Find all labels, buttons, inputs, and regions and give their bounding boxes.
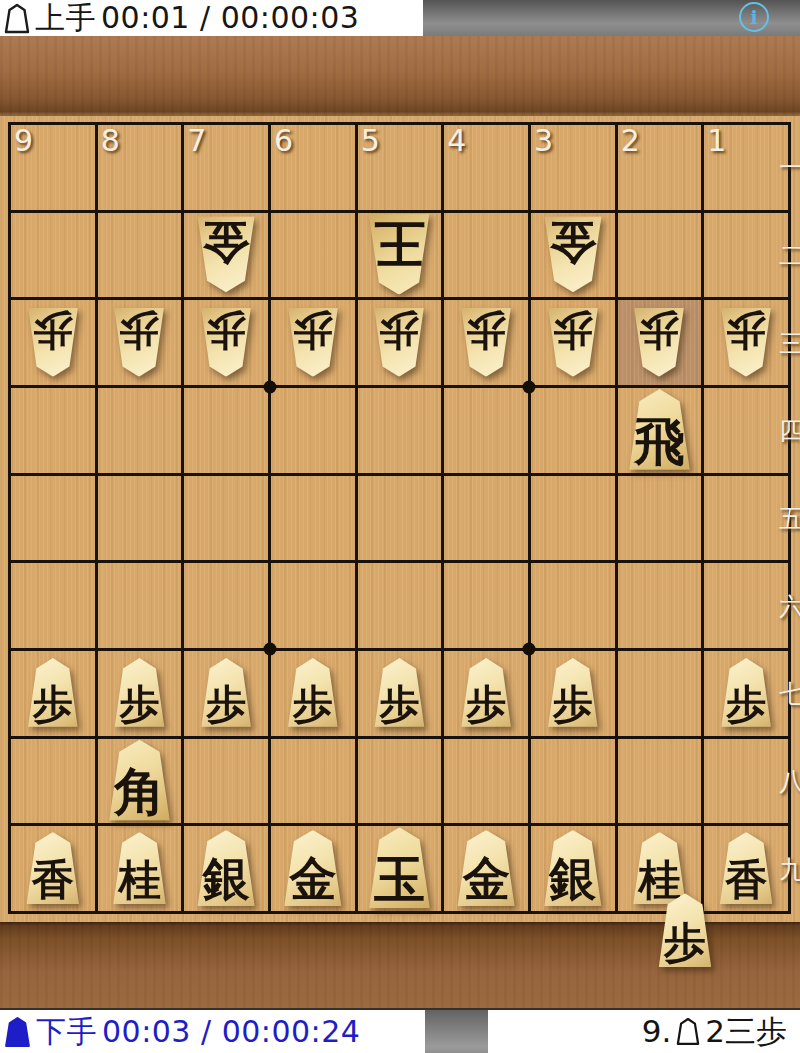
piece-kanji: 金 bbox=[289, 855, 336, 906]
square-33[interactable]: 歩 bbox=[531, 300, 615, 385]
rank-label-2: 二 bbox=[779, 242, 800, 267]
board-frame-top bbox=[0, 36, 800, 116]
square-25[interactable] bbox=[618, 476, 702, 561]
rank-label-8: 八 bbox=[779, 768, 800, 793]
square-37[interactable]: 歩 bbox=[531, 651, 615, 736]
piece-fu-97[interactable]: 歩 bbox=[26, 658, 80, 727]
rank-label-5: 五 bbox=[779, 505, 800, 530]
square-16[interactable]: 六 bbox=[704, 563, 788, 648]
square-81[interactable]: 8 bbox=[98, 125, 182, 210]
square-75[interactable] bbox=[184, 476, 268, 561]
rank-label-4: 四 bbox=[779, 418, 800, 443]
bottom-player-clock: 00:03 / 00:00:24 bbox=[102, 1017, 360, 1047]
piece-kanji: 歩 bbox=[119, 683, 159, 727]
square-67[interactable]: 歩 bbox=[271, 651, 355, 736]
square-57[interactable]: 歩 bbox=[358, 651, 442, 736]
square-71[interactable]: 7 bbox=[184, 125, 268, 210]
square-39[interactable]: 銀 bbox=[531, 826, 615, 911]
square-47[interactable]: 歩 bbox=[444, 651, 528, 736]
square-68[interactable] bbox=[271, 739, 355, 824]
file-label-9: 9 bbox=[14, 126, 33, 156]
piece-fu-37[interactable]: 歩 bbox=[546, 658, 600, 727]
square-84[interactable] bbox=[98, 388, 182, 473]
file-label-8: 8 bbox=[101, 126, 120, 156]
bottom-bar-gray-segment bbox=[425, 1010, 488, 1053]
piece-fu-57[interactable]: 歩 bbox=[372, 658, 426, 727]
square-64[interactable] bbox=[271, 388, 355, 473]
square-23[interactable]: 歩 bbox=[618, 300, 702, 385]
piece-kanji: 歩 bbox=[553, 683, 593, 727]
square-43[interactable]: 歩 bbox=[444, 300, 528, 385]
square-87[interactable]: 歩 bbox=[98, 651, 182, 736]
square-83[interactable]: 歩 bbox=[98, 300, 182, 385]
square-79[interactable]: 銀 bbox=[184, 826, 268, 911]
piece-fu-17[interactable]: 歩 bbox=[719, 658, 773, 727]
star-point bbox=[263, 380, 276, 393]
square-36[interactable] bbox=[531, 563, 615, 648]
piece-kanji: 桂 bbox=[118, 858, 160, 904]
square-56[interactable] bbox=[358, 563, 442, 648]
rank-label-6: 六 bbox=[779, 593, 800, 618]
move-text: 2三歩 bbox=[705, 1016, 787, 1047]
square-31[interactable]: 3 bbox=[531, 125, 615, 210]
piece-kanji: 玉 bbox=[374, 853, 425, 909]
piece-kanji: 飛 bbox=[634, 414, 685, 470]
piece-kanji: 金 bbox=[463, 855, 510, 906]
piece-fu-53[interactable]: 歩 bbox=[372, 307, 426, 376]
square-63[interactable]: 歩 bbox=[271, 300, 355, 385]
square-18[interactable]: 八 bbox=[704, 739, 788, 824]
piece-kanji: 銀 bbox=[549, 855, 596, 906]
file-label-4: 4 bbox=[447, 126, 466, 156]
file-label-5: 5 bbox=[361, 126, 380, 156]
square-77[interactable]: 歩 bbox=[184, 651, 268, 736]
square-45[interactable] bbox=[444, 476, 528, 561]
piece-fu-87[interactable]: 歩 bbox=[112, 658, 166, 727]
star-point bbox=[263, 643, 276, 656]
piece-fu-43[interactable]: 歩 bbox=[459, 307, 513, 376]
piece-fu-73[interactable]: 歩 bbox=[199, 307, 253, 376]
square-62[interactable] bbox=[271, 213, 355, 298]
square-69[interactable]: 金 bbox=[271, 826, 355, 911]
square-15[interactable]: 五 bbox=[704, 476, 788, 561]
rank-label-9: 九 bbox=[779, 856, 800, 881]
square-34[interactable] bbox=[531, 388, 615, 473]
piece-kanji: 王 bbox=[374, 214, 425, 270]
square-95[interactable] bbox=[11, 476, 95, 561]
last-move-display: 9. 2三歩 bbox=[642, 1010, 787, 1053]
square-49[interactable]: 金 bbox=[444, 826, 528, 911]
piece-fu-83[interactable]: 歩 bbox=[112, 307, 166, 376]
square-41[interactable]: 4 bbox=[444, 125, 528, 210]
square-32[interactable]: 金 bbox=[531, 213, 615, 298]
top-player-clock: 00:01 / 00:00:03 bbox=[101, 3, 359, 33]
square-22[interactable] bbox=[618, 213, 702, 298]
black-shogi-piece-icon bbox=[4, 1016, 31, 1048]
piece-kanji: 金 bbox=[203, 216, 250, 267]
piece-kanji: 歩 bbox=[293, 683, 333, 727]
square-96[interactable] bbox=[11, 563, 95, 648]
piece-kanji: 歩 bbox=[206, 307, 246, 351]
piece-ou-52[interactable]: 王 bbox=[366, 214, 432, 295]
piece-kanji: 歩 bbox=[206, 683, 246, 727]
top-player-label: 上手 bbox=[35, 3, 96, 33]
square-61[interactable]: 6 bbox=[271, 125, 355, 210]
piece-kin-32[interactable]: 金 bbox=[542, 216, 604, 292]
file-label-3: 3 bbox=[534, 126, 553, 156]
square-93[interactable]: 歩 bbox=[11, 300, 95, 385]
piece-kanji: 香 bbox=[725, 858, 767, 904]
square-78[interactable] bbox=[184, 739, 268, 824]
square-51[interactable]: 5 bbox=[358, 125, 442, 210]
piece-fu-23[interactable]: 歩 bbox=[632, 307, 686, 376]
square-59[interactable]: 玉 bbox=[358, 826, 442, 911]
square-99[interactable]: 香 bbox=[11, 826, 95, 911]
square-82[interactable] bbox=[98, 213, 182, 298]
square-89[interactable]: 桂 bbox=[98, 826, 182, 911]
piece-kin-49[interactable]: 金 bbox=[455, 830, 517, 906]
piece-kanji: 歩 bbox=[33, 683, 73, 727]
square-98[interactable] bbox=[11, 739, 95, 824]
move-number: 9. bbox=[642, 1016, 672, 1047]
white-shogi-piece-icon bbox=[4, 3, 30, 34]
piece-gyoku-59[interactable]: 玉 bbox=[366, 827, 432, 908]
square-91[interactable]: 9 bbox=[11, 125, 95, 210]
square-94[interactable] bbox=[11, 388, 95, 473]
piece-kanji: 銀 bbox=[203, 855, 250, 906]
square-19[interactable]: 九香 bbox=[704, 826, 788, 911]
piece-fu-63[interactable]: 歩 bbox=[286, 307, 340, 376]
shogi-board: 987654321一金王金二歩歩歩歩歩歩歩歩三歩飛四五六歩歩歩歩歩歩歩七歩角八香… bbox=[8, 122, 791, 914]
top-player-bar: 上手 00:01 / 00:00:03 i bbox=[0, 0, 800, 36]
file-label-2: 2 bbox=[621, 126, 640, 156]
square-54[interactable] bbox=[358, 388, 442, 473]
piece-kanji: 歩 bbox=[119, 307, 159, 351]
square-28[interactable] bbox=[618, 739, 702, 824]
shogi-app-screen: 上手 00:01 / 00:00:03 i 987654321一金王金二歩歩歩歩… bbox=[0, 0, 800, 1053]
square-44[interactable] bbox=[444, 388, 528, 473]
star-point bbox=[523, 643, 536, 656]
piece-kin-72[interactable]: 金 bbox=[195, 216, 257, 292]
file-label-7: 7 bbox=[187, 126, 206, 156]
square-12[interactable]: 二 bbox=[704, 213, 788, 298]
piece-kanji: 歩 bbox=[466, 307, 506, 351]
piece-fu-33[interactable]: 歩 bbox=[546, 307, 600, 376]
rank-label-7: 七 bbox=[779, 681, 800, 706]
top-player-clock-area: 上手 00:01 / 00:00:03 bbox=[0, 0, 423, 36]
rank-label-3: 三 bbox=[779, 330, 800, 355]
square-74[interactable] bbox=[184, 388, 268, 473]
square-46[interactable] bbox=[444, 563, 528, 648]
piece-kanji: 歩 bbox=[639, 307, 679, 351]
square-24[interactable]: 飛 bbox=[618, 388, 702, 473]
piece-kin-69[interactable]: 金 bbox=[282, 830, 344, 906]
board-panel: 987654321一金王金二歩歩歩歩歩歩歩歩三歩飛四五六歩歩歩歩歩歩歩七歩角八香… bbox=[0, 116, 800, 922]
square-38[interactable] bbox=[531, 739, 615, 824]
piece-kanji: 歩 bbox=[33, 307, 73, 351]
bottom-player-bar: 下手 00:03 / 00:00:24 9. 2三歩 bbox=[0, 1008, 800, 1053]
square-42[interactable] bbox=[444, 213, 528, 298]
piece-kanji: 歩 bbox=[293, 307, 333, 351]
piece-kei-89[interactable]: 桂 bbox=[111, 832, 168, 904]
square-27[interactable] bbox=[618, 651, 702, 736]
info-icon[interactable]: i bbox=[739, 2, 769, 32]
square-92[interactable] bbox=[11, 213, 95, 298]
square-73[interactable]: 歩 bbox=[184, 300, 268, 385]
file-label-6: 6 bbox=[274, 126, 293, 156]
square-55[interactable] bbox=[358, 476, 442, 561]
piece-kanji: 歩 bbox=[553, 307, 593, 351]
square-76[interactable] bbox=[184, 563, 268, 648]
piece-fu-77[interactable]: 歩 bbox=[199, 658, 253, 727]
square-88[interactable]: 角 bbox=[98, 739, 182, 824]
piece-kanji: 歩 bbox=[379, 307, 419, 351]
hand-piece-kanji: 歩 bbox=[664, 921, 706, 967]
piece-gin-79[interactable]: 銀 bbox=[195, 830, 257, 906]
piece-kanji: 歩 bbox=[379, 683, 419, 727]
piece-kanji: 歩 bbox=[726, 683, 766, 727]
piece-fu-47[interactable]: 歩 bbox=[459, 658, 513, 727]
square-53[interactable]: 歩 bbox=[358, 300, 442, 385]
hand-piece-fu-shitate[interactable]: 歩 bbox=[657, 893, 714, 967]
piece-kanji: 香 bbox=[32, 858, 74, 904]
file-label-1: 1 bbox=[707, 126, 726, 156]
square-11[interactable]: 1一 bbox=[704, 125, 788, 210]
piece-hisha-24[interactable]: 飛 bbox=[626, 389, 692, 470]
square-21[interactable]: 2 bbox=[618, 125, 702, 210]
square-97[interactable]: 歩 bbox=[11, 651, 95, 736]
square-35[interactable] bbox=[531, 476, 615, 561]
rank-label-1: 一 bbox=[779, 155, 800, 180]
piece-kanji: 歩 bbox=[466, 683, 506, 727]
piece-fu-13[interactable]: 歩 bbox=[719, 307, 773, 376]
piece-kanji: 歩 bbox=[726, 307, 766, 351]
square-86[interactable] bbox=[98, 563, 182, 648]
square-66[interactable] bbox=[271, 563, 355, 648]
piece-kyo-19[interactable]: 香 bbox=[718, 832, 775, 904]
piece-fu-93[interactable]: 歩 bbox=[26, 307, 80, 376]
square-58[interactable] bbox=[358, 739, 442, 824]
piece-kanji: 金 bbox=[549, 216, 596, 267]
square-13[interactable]: 三歩 bbox=[704, 300, 788, 385]
piece-kaku-88[interactable]: 角 bbox=[106, 740, 172, 821]
square-72[interactable]: 金 bbox=[184, 213, 268, 298]
square-26[interactable] bbox=[618, 563, 702, 648]
white-shogi-piece-icon bbox=[676, 1017, 700, 1046]
piece-kyo-99[interactable]: 香 bbox=[24, 832, 81, 904]
square-85[interactable] bbox=[98, 476, 182, 561]
square-17[interactable]: 七歩 bbox=[704, 651, 788, 736]
bottom-player-clock-area: 下手 00:03 / 00:00:24 bbox=[4, 1010, 360, 1053]
square-52[interactable]: 王 bbox=[358, 213, 442, 298]
square-14[interactable]: 四 bbox=[704, 388, 788, 473]
piece-gin-39[interactable]: 銀 bbox=[542, 830, 604, 906]
piece-fu-67[interactable]: 歩 bbox=[286, 658, 340, 727]
bottom-player-label: 下手 bbox=[36, 1017, 97, 1047]
square-48[interactable] bbox=[444, 739, 528, 824]
piece-kanji: 角 bbox=[114, 765, 165, 821]
square-65[interactable] bbox=[271, 476, 355, 561]
star-point bbox=[523, 380, 536, 393]
